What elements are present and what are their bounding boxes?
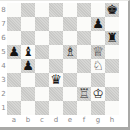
square-c4[interactable]	[35, 59, 49, 73]
rank-labels: 87654321	[0, 3, 7, 115]
square-d6[interactable]	[49, 31, 63, 45]
square-f5[interactable]	[77, 45, 91, 59]
square-h1[interactable]	[105, 101, 119, 115]
square-g4[interactable]: ♘	[91, 59, 105, 73]
square-f6[interactable]	[77, 31, 91, 45]
square-e7[interactable]	[63, 17, 77, 31]
square-g5[interactable]: ♕	[91, 45, 105, 59]
file-label-b: b	[21, 115, 35, 126]
file-label-h: h	[105, 115, 119, 126]
square-d8[interactable]	[49, 3, 63, 17]
square-h2[interactable]	[105, 87, 119, 101]
square-e1[interactable]	[63, 101, 77, 115]
rank-label-2: 2	[0, 87, 7, 101]
square-h5[interactable]	[105, 45, 119, 59]
black-pawn[interactable]: ♟	[8, 45, 20, 59]
chess-diagram: 87654321 ♚♟♜♟♝♗♕♟♘♛♖♔ abcdefgh	[0, 0, 130, 130]
file-label-d: d	[49, 115, 63, 126]
square-c2[interactable]	[35, 87, 49, 101]
rank-label-8: 8	[0, 3, 7, 17]
square-d2[interactable]	[49, 87, 63, 101]
square-g8[interactable]	[91, 3, 105, 17]
square-b4[interactable]: ♟	[21, 59, 35, 73]
square-b8[interactable]	[21, 3, 35, 17]
square-b7[interactable]	[21, 17, 35, 31]
square-b3[interactable]	[21, 73, 35, 87]
square-f1[interactable]	[77, 101, 91, 115]
file-label-g: g	[91, 115, 105, 126]
square-e5[interactable]: ♗	[63, 45, 77, 59]
square-f3[interactable]	[77, 73, 91, 87]
white-bishop[interactable]: ♗	[64, 45, 76, 59]
file-labels: abcdefgh	[7, 115, 119, 126]
square-c1[interactable]	[35, 101, 49, 115]
rank-label-1: 1	[0, 101, 7, 115]
rank-label-3: 3	[0, 73, 7, 87]
square-f7[interactable]	[77, 17, 91, 31]
file-label-c: c	[35, 115, 49, 126]
black-pawn[interactable]: ♟	[22, 59, 34, 73]
square-g6[interactable]	[91, 31, 105, 45]
square-b2[interactable]	[21, 87, 35, 101]
square-f4[interactable]	[77, 59, 91, 73]
square-a6[interactable]	[7, 31, 21, 45]
square-d5[interactable]	[49, 45, 63, 59]
square-a1[interactable]	[7, 101, 21, 115]
square-d7[interactable]	[49, 17, 63, 31]
white-queen[interactable]: ♕	[92, 45, 104, 59]
file-label-a: a	[7, 115, 21, 126]
square-a7[interactable]	[7, 17, 21, 31]
square-a5[interactable]: ♟	[7, 45, 21, 59]
square-e4[interactable]	[63, 59, 77, 73]
black-queen[interactable]: ♛	[50, 73, 62, 87]
black-king[interactable]: ♚	[106, 3, 118, 17]
black-rook[interactable]: ♜	[106, 31, 118, 45]
square-h3[interactable]	[105, 73, 119, 87]
square-e2[interactable]	[63, 87, 77, 101]
square-h8[interactable]: ♚	[105, 3, 119, 17]
square-g1[interactable]	[91, 101, 105, 115]
file-label-e: e	[63, 115, 77, 126]
square-c7[interactable]	[35, 17, 49, 31]
square-a8[interactable]	[7, 3, 21, 17]
square-c6[interactable]	[35, 31, 49, 45]
chess-board: ♚♟♜♟♝♗♕♟♘♛♖♔	[7, 3, 119, 115]
rank-label-6: 6	[0, 31, 7, 45]
rank-label-7: 7	[0, 17, 7, 31]
square-e3[interactable]	[63, 73, 77, 87]
rank-label-5: 5	[0, 45, 7, 59]
white-rook[interactable]: ♖	[78, 87, 90, 101]
rank-label-4: 4	[0, 59, 7, 73]
square-g7[interactable]: ♟	[91, 17, 105, 31]
square-d3[interactable]: ♛	[49, 73, 63, 87]
square-e8[interactable]	[63, 3, 77, 17]
square-f2[interactable]: ♖	[77, 87, 91, 101]
square-c5[interactable]	[35, 45, 49, 59]
file-label-f: f	[77, 115, 91, 126]
black-bishop[interactable]: ♝	[22, 45, 34, 59]
square-c8[interactable]	[35, 3, 49, 17]
square-g2[interactable]: ♔	[91, 87, 105, 101]
black-pawn[interactable]: ♟	[92, 17, 104, 31]
square-a4[interactable]	[7, 59, 21, 73]
square-c3[interactable]	[35, 73, 49, 87]
square-d4[interactable]	[49, 59, 63, 73]
square-b5[interactable]: ♝	[21, 45, 35, 59]
square-b1[interactable]	[21, 101, 35, 115]
square-f8[interactable]	[77, 3, 91, 17]
square-h6[interactable]: ♜	[105, 31, 119, 45]
square-a2[interactable]	[7, 87, 21, 101]
square-h4[interactable]	[105, 59, 119, 73]
square-h7[interactable]	[105, 17, 119, 31]
square-a3[interactable]	[7, 73, 21, 87]
square-d1[interactable]	[49, 101, 63, 115]
square-e6[interactable]	[63, 31, 77, 45]
square-g3[interactable]	[91, 73, 105, 87]
square-b6[interactable]	[21, 31, 35, 45]
white-knight[interactable]: ♘	[92, 59, 104, 73]
white-king[interactable]: ♔	[92, 87, 104, 101]
